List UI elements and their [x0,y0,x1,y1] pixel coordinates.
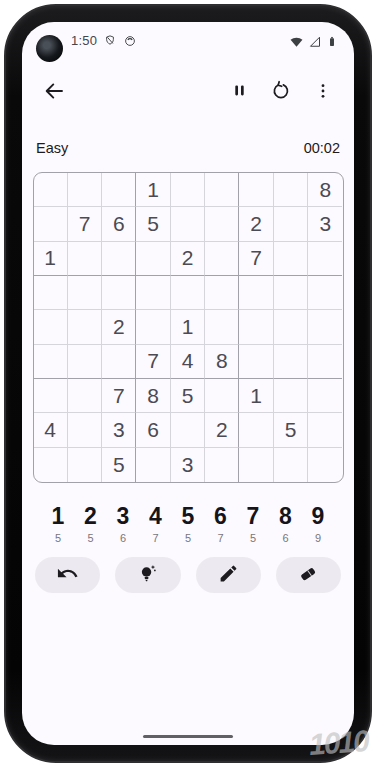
sudoku-cell-r2c1[interactable] [34,207,68,241]
sudoku-cell-r6c6[interactable]: 8 [205,345,239,379]
numpad-remaining-count: 5 [55,532,61,544]
restart-button[interactable] [262,73,300,111]
sudoku-cell-r2c8[interactable] [274,207,308,241]
phone-frame: 1:50 [4,4,372,763]
numpad-digit: 1 [52,504,65,529]
face-circle-icon [123,34,137,48]
numpad-remaining-count: 5 [250,532,256,544]
erase-button[interactable] [276,557,341,593]
sudoku-cell-r4c8[interactable] [274,276,308,310]
undo-icon [56,562,79,588]
sudoku-cell-r1c4[interactable]: 1 [136,173,170,207]
sudoku-cell-r5c2[interactable] [68,310,102,344]
sudoku-cell-r3c8[interactable] [274,242,308,276]
sudoku-cell-r7c3[interactable]: 7 [102,379,136,413]
arrow-left-icon [42,79,66,106]
sudoku-cell-r2c9[interactable]: 3 [308,207,342,241]
sudoku-cell-r9c7[interactable] [239,448,273,482]
sudoku-cell-r6c9[interactable] [308,345,342,379]
pause-button[interactable] [220,73,258,111]
sudoku-cell-r3c4[interactable] [136,242,170,276]
status-time: 1:50 [71,33,97,48]
sudoku-cell-r9c9[interactable] [308,448,342,482]
numpad-remaining-count: 7 [152,532,158,544]
phone-screen: 1:50 [22,22,354,745]
number-pad: 152536475567758699 [49,504,327,544]
sudoku-cell-r5c3[interactable]: 2 [102,310,136,344]
sudoku-cell-r8c6[interactable]: 2 [205,413,239,447]
sudoku-cell-r9c6[interactable] [205,448,239,482]
numpad-remaining-count: 5 [87,532,93,544]
sudoku-cell-r4c3[interactable] [102,276,136,310]
sudoku-cell-r2c5[interactable] [171,207,205,241]
numpad-button-9[interactable]: 99 [309,504,327,544]
timer-label: 00:02 [304,140,340,156]
undo-button[interactable] [35,557,100,593]
numpad-button-7[interactable]: 75 [244,504,262,544]
numpad-button-8[interactable]: 86 [277,504,295,544]
sudoku-cell-r8c8[interactable]: 5 [274,413,308,447]
cell-signal-icon [307,34,322,49]
sudoku-cell-r4c1[interactable] [34,276,68,310]
pause-icon [229,80,250,104]
numpad-remaining-count: 6 [282,532,288,544]
lightbulb-icon [136,562,159,588]
numpad-button-5[interactable]: 55 [179,504,197,544]
sudoku-cell-r8c9[interactable] [308,413,342,447]
sudoku-cell-r3c9[interactable] [308,242,342,276]
hint-button[interactable] [115,557,180,593]
sudoku-cell-r2c4[interactable]: 5 [136,207,170,241]
sudoku-cell-r5c4[interactable] [136,310,170,344]
sudoku-cell-r4c6[interactable] [205,276,239,310]
numpad-button-1[interactable]: 15 [49,504,67,544]
sudoku-cell-r3c5[interactable]: 2 [171,242,205,276]
sudoku-cell-r9c4[interactable] [136,448,170,482]
sudoku-cell-r9c8[interactable] [274,448,308,482]
sudoku-cell-r7c8[interactable] [274,379,308,413]
sudoku-cell-r1c8[interactable] [274,173,308,207]
numpad-button-6[interactable]: 67 [212,504,230,544]
numpad-digit: 2 [84,504,97,529]
sudoku-cell-r2c2[interactable]: 7 [68,207,102,241]
sudoku-cell-r5c6[interactable] [205,310,239,344]
sudoku-cell-r3c6[interactable] [205,242,239,276]
sudoku-cell-r1c6[interactable] [205,173,239,207]
eraser-icon [297,563,319,588]
numpad-digit: 8 [279,504,292,529]
sudoku-cell-r3c3[interactable] [102,242,136,276]
sudoku-cell-r5c7[interactable] [239,310,273,344]
menu-button[interactable] [304,73,342,111]
sudoku-cell-r4c4[interactable] [136,276,170,310]
sudoku-cell-r6c8[interactable] [274,345,308,379]
sudoku-cell-r8c2[interactable] [68,413,102,447]
restart-icon [270,80,292,105]
punch-hole-camera [36,35,63,62]
sudoku-cell-r8c1[interactable]: 4 [34,413,68,447]
sudoku-cell-r6c7[interactable] [239,345,273,379]
sudoku-cell-r6c1[interactable] [34,345,68,379]
sudoku-cell-r1c5[interactable] [171,173,205,207]
numpad-remaining-count: 7 [217,532,223,544]
sudoku-cell-r3c2[interactable] [68,242,102,276]
shield-slash-icon [103,34,117,48]
numpad-remaining-count: 5 [185,532,191,544]
sudoku-cell-r9c2[interactable] [68,448,102,482]
sudoku-cell-r9c5[interactable]: 3 [171,448,205,482]
sudoku-cell-r9c1[interactable] [34,448,68,482]
sudoku-cell-r7c6[interactable] [205,379,239,413]
sudoku-cell-r4c7[interactable] [239,276,273,310]
sudoku-cell-r1c3[interactable] [102,173,136,207]
sudoku-cell-r5c8[interactable] [274,310,308,344]
sudoku-cell-r6c4[interactable]: 7 [136,345,170,379]
sudoku-cell-r6c2[interactable] [68,345,102,379]
sudoku-cell-r1c7[interactable] [239,173,273,207]
action-bar [35,557,341,593]
sudoku-cell-r4c5[interactable] [171,276,205,310]
sudoku-cell-r6c5[interactable]: 4 [171,345,205,379]
sudoku-cell-r5c1[interactable] [34,310,68,344]
notes-button[interactable] [196,557,261,593]
numpad-digit: 4 [149,504,162,529]
kebab-menu-icon [313,81,333,104]
sudoku-cell-r7c2[interactable] [68,379,102,413]
sudoku-cell-r2c6[interactable] [205,207,239,241]
gesture-navigation-bar[interactable] [143,735,233,739]
sudoku-cell-r3c1[interactable]: 1 [34,242,68,276]
numpad-digit: 9 [312,504,325,529]
difficulty-label: Easy [36,140,68,156]
wifi-icon [289,34,304,49]
sudoku-cell-r7c9[interactable] [308,379,342,413]
sudoku-cell-r8c3[interactable]: 3 [102,413,136,447]
back-button[interactable] [35,73,73,111]
battery-icon [325,34,339,49]
sudoku-cell-r5c5[interactable]: 1 [171,310,205,344]
sudoku-cell-r7c5[interactable]: 5 [171,379,205,413]
info-bar: Easy 00:02 [36,136,340,160]
numpad-button-2[interactable]: 25 [82,504,100,544]
numpad-digit: 3 [117,504,130,529]
sudoku-cell-r6c3[interactable] [102,345,136,379]
sudoku-cell-r1c2[interactable] [68,173,102,207]
sudoku-cell-r5c9[interactable] [308,310,342,344]
numpad-digit: 6 [214,504,227,529]
status-bar: 1:50 [22,22,354,62]
sudoku-cell-r1c9[interactable]: 8 [308,173,342,207]
numpad-digit: 7 [247,504,260,529]
sudoku-cell-r2c7[interactable]: 2 [239,207,273,241]
numpad-button-3[interactable]: 36 [114,504,132,544]
sudoku-cell-r7c4[interactable]: 8 [136,379,170,413]
app-bar [22,70,354,114]
sudoku-cell-r1c1[interactable] [34,173,68,207]
sudoku-cell-r4c9[interactable] [308,276,342,310]
sudoku-cell-r4c2[interactable] [68,276,102,310]
sudoku-cell-r7c1[interactable] [34,379,68,413]
numpad-remaining-count: 9 [315,532,321,544]
sudoku-grid: 18765231272174878514362553 [33,172,344,483]
sudoku-cell-r9c3[interactable]: 5 [102,448,136,482]
sudoku-cell-r3c7[interactable]: 7 [239,242,273,276]
sudoku-cell-r8c5[interactable] [171,413,205,447]
numpad-remaining-count: 6 [120,532,126,544]
sudoku-cell-r8c7[interactable] [239,413,273,447]
sudoku-cell-r2c3[interactable]: 6 [102,207,136,241]
sudoku-cell-r8c4[interactable]: 6 [136,413,170,447]
numpad-button-4[interactable]: 47 [147,504,165,544]
numpad-digit: 5 [182,504,195,529]
sudoku-cell-r7c7[interactable]: 1 [239,379,273,413]
pencil-icon [218,563,239,587]
